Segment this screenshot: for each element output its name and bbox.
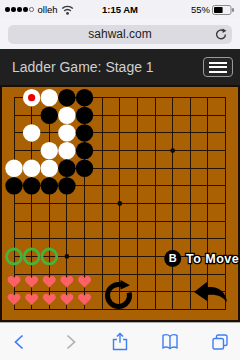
go-board-svg[interactable]: BTo Move <box>0 85 240 322</box>
back-button-icon[interactable] <box>10 332 30 352</box>
carrier-label: olleh <box>38 4 58 15</box>
black-stone <box>76 160 93 177</box>
black-stone <box>58 89 75 106</box>
reload-icon[interactable] <box>214 28 227 41</box>
white-stone <box>58 107 75 124</box>
black-stone <box>76 142 93 159</box>
white-stone <box>41 142 58 159</box>
black-stone <box>41 177 58 194</box>
go-board-area: BTo Move <box>0 85 240 322</box>
black-stone <box>58 177 75 194</box>
white-stone <box>58 142 75 159</box>
tabs-button-icon[interactable] <box>210 332 230 352</box>
battery-percent-label: 55% <box>191 4 210 15</box>
white-stone <box>41 160 58 177</box>
url-chrome: sahwal.com <box>0 19 240 49</box>
to-move-stone-letter: B <box>169 252 177 264</box>
black-stone <box>76 107 93 124</box>
white-stone <box>41 89 58 106</box>
hamburger-menu-button[interactable] <box>203 57 233 77</box>
black-stone <box>5 177 22 194</box>
white-stone <box>5 160 22 177</box>
black-stone <box>58 160 75 177</box>
black-stone <box>76 89 93 106</box>
white-stone <box>23 160 40 177</box>
url-text: sahwal.com <box>8 25 232 44</box>
status-bar: olleh 1:15 AM 55% <box>0 0 240 19</box>
star-point <box>170 148 175 153</box>
signal-strength-icon <box>5 7 34 12</box>
last-move-mark <box>28 94 35 101</box>
to-move-label: To Move <box>186 252 239 266</box>
star-point <box>65 254 70 259</box>
share-button-icon[interactable] <box>110 332 130 352</box>
page-title: Ladder Game: Stage 1 <box>12 49 154 85</box>
black-stone <box>23 177 40 194</box>
forward-button-icon[interactable] <box>60 332 80 352</box>
browser-toolbar <box>0 322 240 360</box>
battery-icon <box>212 5 235 15</box>
star-point <box>117 201 122 206</box>
address-bar[interactable]: sahwal.com <box>8 25 232 44</box>
white-stone <box>23 124 40 141</box>
white-stone <box>58 124 75 141</box>
bookmarks-button-icon[interactable] <box>160 332 180 352</box>
wifi-icon <box>61 5 74 15</box>
black-stone <box>41 107 58 124</box>
black-stone <box>76 124 93 141</box>
page-header: Ladder Game: Stage 1 <box>0 49 240 85</box>
mobile-safari-window: olleh 1:15 AM 55% sahwal.com Ladder <box>0 0 240 360</box>
